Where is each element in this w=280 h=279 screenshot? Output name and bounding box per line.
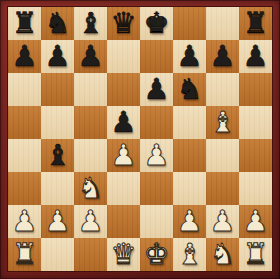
square-d4[interactable]: ♟ (107, 139, 140, 172)
square-g7[interactable]: ♟ (206, 40, 239, 73)
square-b6[interactable] (41, 73, 74, 106)
chess-board: ♜♞♝♛♚♜♟♟♟♟♟♟♟♞♟♝♝♟♟♞♟♟♟♟♟♟♜♛♚♝♞♜ (8, 7, 272, 271)
square-h7[interactable]: ♟ (239, 40, 272, 73)
square-d6[interactable] (107, 73, 140, 106)
square-e2[interactable] (140, 205, 173, 238)
square-g4[interactable] (206, 139, 239, 172)
square-b2[interactable]: ♟ (41, 205, 74, 238)
square-b7[interactable]: ♟ (41, 40, 74, 73)
square-c5[interactable] (74, 106, 107, 139)
square-a5[interactable] (8, 106, 41, 139)
square-g5[interactable]: ♝ (206, 106, 239, 139)
square-h4[interactable] (239, 139, 272, 172)
white-rook-a1[interactable]: ♜ (8, 238, 41, 271)
white-pawn-d4[interactable]: ♟ (107, 139, 140, 172)
white-queen-d1[interactable]: ♛ (107, 238, 140, 271)
white-pawn-g2[interactable]: ♟ (206, 205, 239, 238)
white-pawn-c2[interactable]: ♟ (74, 205, 107, 238)
square-f5[interactable] (173, 106, 206, 139)
white-knight-c3[interactable]: ♞ (74, 172, 107, 205)
square-b1[interactable] (41, 238, 74, 271)
square-f2[interactable]: ♟ (173, 205, 206, 238)
square-b3[interactable] (41, 172, 74, 205)
black-rook-h8[interactable]: ♜ (239, 7, 272, 40)
square-a3[interactable] (8, 172, 41, 205)
square-a1[interactable]: ♜ (8, 238, 41, 271)
white-pawn-e4[interactable]: ♟ (140, 139, 173, 172)
square-g6[interactable] (206, 73, 239, 106)
square-e7[interactable] (140, 40, 173, 73)
black-knight-f6[interactable]: ♞ (173, 73, 206, 106)
square-c2[interactable]: ♟ (74, 205, 107, 238)
black-pawn-d5[interactable]: ♟ (107, 106, 140, 139)
square-g3[interactable] (206, 172, 239, 205)
square-f7[interactable]: ♟ (173, 40, 206, 73)
white-pawn-a2[interactable]: ♟ (8, 205, 41, 238)
white-pawn-b2[interactable]: ♟ (41, 205, 74, 238)
black-bishop-c8[interactable]: ♝ (74, 7, 107, 40)
black-pawn-a7[interactable]: ♟ (8, 40, 41, 73)
square-h8[interactable]: ♜ (239, 7, 272, 40)
square-g8[interactable] (206, 7, 239, 40)
square-e4[interactable]: ♟ (140, 139, 173, 172)
square-c6[interactable] (74, 73, 107, 106)
square-f4[interactable] (173, 139, 206, 172)
square-a4[interactable] (8, 139, 41, 172)
square-a7[interactable]: ♟ (8, 40, 41, 73)
square-f6[interactable]: ♞ (173, 73, 206, 106)
square-d8[interactable]: ♛ (107, 7, 140, 40)
square-e3[interactable] (140, 172, 173, 205)
square-f8[interactable] (173, 7, 206, 40)
square-c1[interactable] (74, 238, 107, 271)
square-e8[interactable]: ♚ (140, 7, 173, 40)
square-e5[interactable] (140, 106, 173, 139)
black-pawn-f7[interactable]: ♟ (173, 40, 206, 73)
white-bishop-f1[interactable]: ♝ (173, 238, 206, 271)
square-f3[interactable] (173, 172, 206, 205)
black-pawn-h7[interactable]: ♟ (239, 40, 272, 73)
square-e6[interactable]: ♟ (140, 73, 173, 106)
black-king-e8[interactable]: ♚ (140, 7, 173, 40)
square-c7[interactable]: ♟ (74, 40, 107, 73)
square-c4[interactable] (74, 139, 107, 172)
square-b5[interactable] (41, 106, 74, 139)
square-c3[interactable]: ♞ (74, 172, 107, 205)
black-pawn-c7[interactable]: ♟ (74, 40, 107, 73)
white-rook-h1[interactable]: ♜ (239, 238, 272, 271)
square-b8[interactable]: ♞ (41, 7, 74, 40)
square-e1[interactable]: ♚ (140, 238, 173, 271)
white-pawn-f2[interactable]: ♟ (173, 205, 206, 238)
square-d7[interactable] (107, 40, 140, 73)
black-rook-a8[interactable]: ♜ (8, 7, 41, 40)
black-pawn-b7[interactable]: ♟ (41, 40, 74, 73)
square-d2[interactable] (107, 205, 140, 238)
square-h5[interactable] (239, 106, 272, 139)
black-bishop-b4[interactable]: ♝ (41, 139, 74, 172)
white-bishop-g5[interactable]: ♝ (206, 106, 239, 139)
square-g2[interactable]: ♟ (206, 205, 239, 238)
square-h3[interactable] (239, 172, 272, 205)
square-d3[interactable] (107, 172, 140, 205)
square-h1[interactable]: ♜ (239, 238, 272, 271)
white-knight-g1[interactable]: ♞ (206, 238, 239, 271)
black-knight-b8[interactable]: ♞ (41, 7, 74, 40)
white-pawn-h2[interactable]: ♟ (239, 205, 272, 238)
black-pawn-g7[interactable]: ♟ (206, 40, 239, 73)
white-king-e1[interactable]: ♚ (140, 238, 173, 271)
black-queen-d8[interactable]: ♛ (107, 7, 140, 40)
square-a2[interactable]: ♟ (8, 205, 41, 238)
square-d1[interactable]: ♛ (107, 238, 140, 271)
square-b4[interactable]: ♝ (41, 139, 74, 172)
square-g1[interactable]: ♞ (206, 238, 239, 271)
square-a8[interactable]: ♜ (8, 7, 41, 40)
square-d5[interactable]: ♟ (107, 106, 140, 139)
square-a6[interactable] (8, 73, 41, 106)
square-h2[interactable]: ♟ (239, 205, 272, 238)
black-pawn-e6[interactable]: ♟ (140, 73, 173, 106)
square-c8[interactable]: ♝ (74, 7, 107, 40)
square-f1[interactable]: ♝ (173, 238, 206, 271)
chess-board-frame: ♜♞♝♛♚♜♟♟♟♟♟♟♟♞♟♝♝♟♟♞♟♟♟♟♟♟♜♛♚♝♞♜ (0, 0, 280, 279)
square-h6[interactable] (239, 73, 272, 106)
